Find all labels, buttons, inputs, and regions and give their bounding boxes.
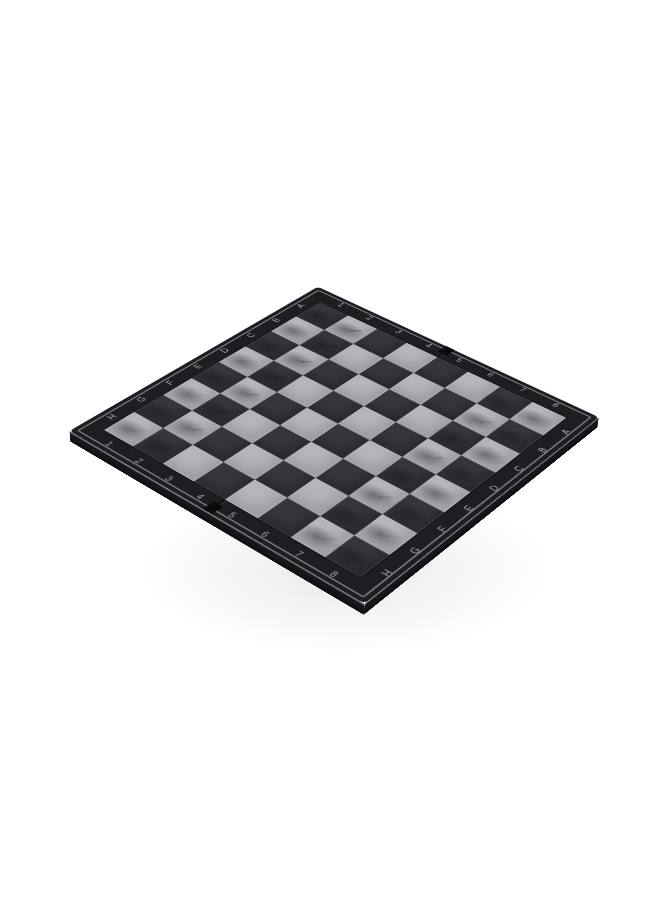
product-photo-stage: ♜♟♟♜♞♟♟♞♝♟♟♝♛♟♟♛♚♟♟♚♝♟♟♝♞♟♟♞♜♟♟♜ 1234567… xyxy=(0,0,660,900)
